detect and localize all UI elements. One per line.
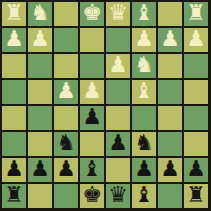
square-f4[interactable]: ♟ (54, 80, 78, 104)
square-f2[interactable] (54, 28, 78, 52)
black-pawn: ♟ (82, 106, 102, 129)
square-c3[interactable]: ♞ (132, 54, 156, 78)
square-g6[interactable] (28, 132, 52, 156)
square-d8[interactable]: ♛ (106, 184, 130, 208)
square-d3[interactable]: ♟ (106, 54, 130, 78)
square-d4[interactable] (106, 80, 130, 104)
square-c2[interactable]: ♟ (132, 28, 156, 52)
square-h4[interactable] (2, 80, 26, 104)
square-e1[interactable]: ♚ (80, 2, 104, 26)
black-bishop: ♝ (134, 184, 154, 207)
square-b3[interactable] (158, 54, 182, 78)
square-c7[interactable]: ♟ (132, 158, 156, 182)
white-rook: ♜ (186, 2, 206, 25)
square-a8[interactable]: ♜ (184, 184, 208, 208)
chess-board: ♜♞♚♛♝♜♟♟♟♟♟♟♞♟♟♝♟♞♟♞♟♟♟♝♟♟♟♜♚♛♝♜ (0, 0, 210, 210)
black-pawn: ♟ (134, 158, 154, 181)
square-e2[interactable] (80, 28, 104, 52)
square-h2[interactable]: ♟ (2, 28, 26, 52)
square-h5[interactable] (2, 106, 26, 130)
square-f8[interactable] (54, 184, 78, 208)
square-b5[interactable] (158, 106, 182, 130)
square-g7[interactable]: ♟ (28, 158, 52, 182)
square-f7[interactable]: ♟ (54, 158, 78, 182)
square-f5[interactable] (54, 106, 78, 130)
square-h7[interactable]: ♟ (2, 158, 26, 182)
black-knight: ♞ (134, 132, 154, 155)
square-e5[interactable]: ♟ (80, 106, 104, 130)
black-pawn: ♟ (30, 158, 50, 181)
square-g3[interactable] (28, 54, 52, 78)
square-h8[interactable]: ♜ (2, 184, 26, 208)
square-e6[interactable] (80, 132, 104, 156)
white-pawn: ♟ (4, 28, 24, 51)
square-h3[interactable] (2, 54, 26, 78)
square-d2[interactable] (106, 28, 130, 52)
square-a5[interactable] (184, 106, 208, 130)
white-knight: ♞ (134, 54, 154, 77)
white-pawn: ♟ (108, 54, 128, 77)
black-knight: ♞ (56, 132, 76, 155)
square-b8[interactable] (158, 184, 182, 208)
square-e3[interactable] (80, 54, 104, 78)
black-queen: ♛ (108, 184, 128, 207)
square-b2[interactable]: ♟ (158, 28, 182, 52)
square-a2[interactable]: ♟ (184, 28, 208, 52)
square-a6[interactable] (184, 132, 208, 156)
square-g4[interactable] (28, 80, 52, 104)
black-pawn: ♟ (186, 158, 206, 181)
black-bishop: ♝ (82, 158, 102, 181)
black-rook: ♜ (4, 184, 24, 207)
square-c5[interactable] (132, 106, 156, 130)
white-pawn: ♟ (82, 80, 102, 103)
black-king: ♚ (82, 184, 102, 207)
white-knight: ♞ (30, 2, 50, 25)
square-c4[interactable]: ♝ (132, 80, 156, 104)
square-a7[interactable]: ♟ (184, 158, 208, 182)
square-b4[interactable] (158, 80, 182, 104)
square-a1[interactable]: ♜ (184, 2, 208, 26)
square-c1[interactable]: ♝ (132, 2, 156, 26)
white-pawn: ♟ (160, 28, 180, 51)
square-c8[interactable]: ♝ (132, 184, 156, 208)
square-d6[interactable]: ♟ (106, 132, 130, 156)
white-pawn: ♟ (134, 28, 154, 51)
white-rook: ♜ (4, 2, 24, 25)
black-pawn: ♟ (108, 132, 128, 155)
white-queen: ♛ (108, 2, 128, 25)
square-d5[interactable] (106, 106, 130, 130)
black-pawn: ♟ (4, 158, 24, 181)
square-d7[interactable] (106, 158, 130, 182)
black-rook: ♜ (186, 184, 206, 207)
square-e7[interactable]: ♝ (80, 158, 104, 182)
white-pawn: ♟ (30, 28, 50, 51)
square-g5[interactable] (28, 106, 52, 130)
white-pawn: ♟ (186, 28, 206, 51)
white-king: ♚ (82, 2, 102, 25)
square-h1[interactable]: ♜ (2, 2, 26, 26)
square-b1[interactable] (158, 2, 182, 26)
square-h6[interactable] (2, 132, 26, 156)
square-e8[interactable]: ♚ (80, 184, 104, 208)
black-pawn: ♟ (160, 158, 180, 181)
square-g2[interactable]: ♟ (28, 28, 52, 52)
square-f6[interactable]: ♞ (54, 132, 78, 156)
square-d1[interactable]: ♛ (106, 2, 130, 26)
square-f1[interactable] (54, 2, 78, 26)
square-g8[interactable] (28, 184, 52, 208)
square-g1[interactable]: ♞ (28, 2, 52, 26)
black-pawn: ♟ (56, 158, 76, 181)
white-bishop: ♝ (134, 80, 154, 103)
square-c6[interactable]: ♞ (132, 132, 156, 156)
square-a3[interactable] (184, 54, 208, 78)
square-f3[interactable] (54, 54, 78, 78)
square-b7[interactable]: ♟ (158, 158, 182, 182)
square-a4[interactable] (184, 80, 208, 104)
square-b6[interactable] (158, 132, 182, 156)
square-e4[interactable]: ♟ (80, 80, 104, 104)
white-pawn: ♟ (56, 80, 76, 103)
white-bishop: ♝ (134, 2, 154, 25)
